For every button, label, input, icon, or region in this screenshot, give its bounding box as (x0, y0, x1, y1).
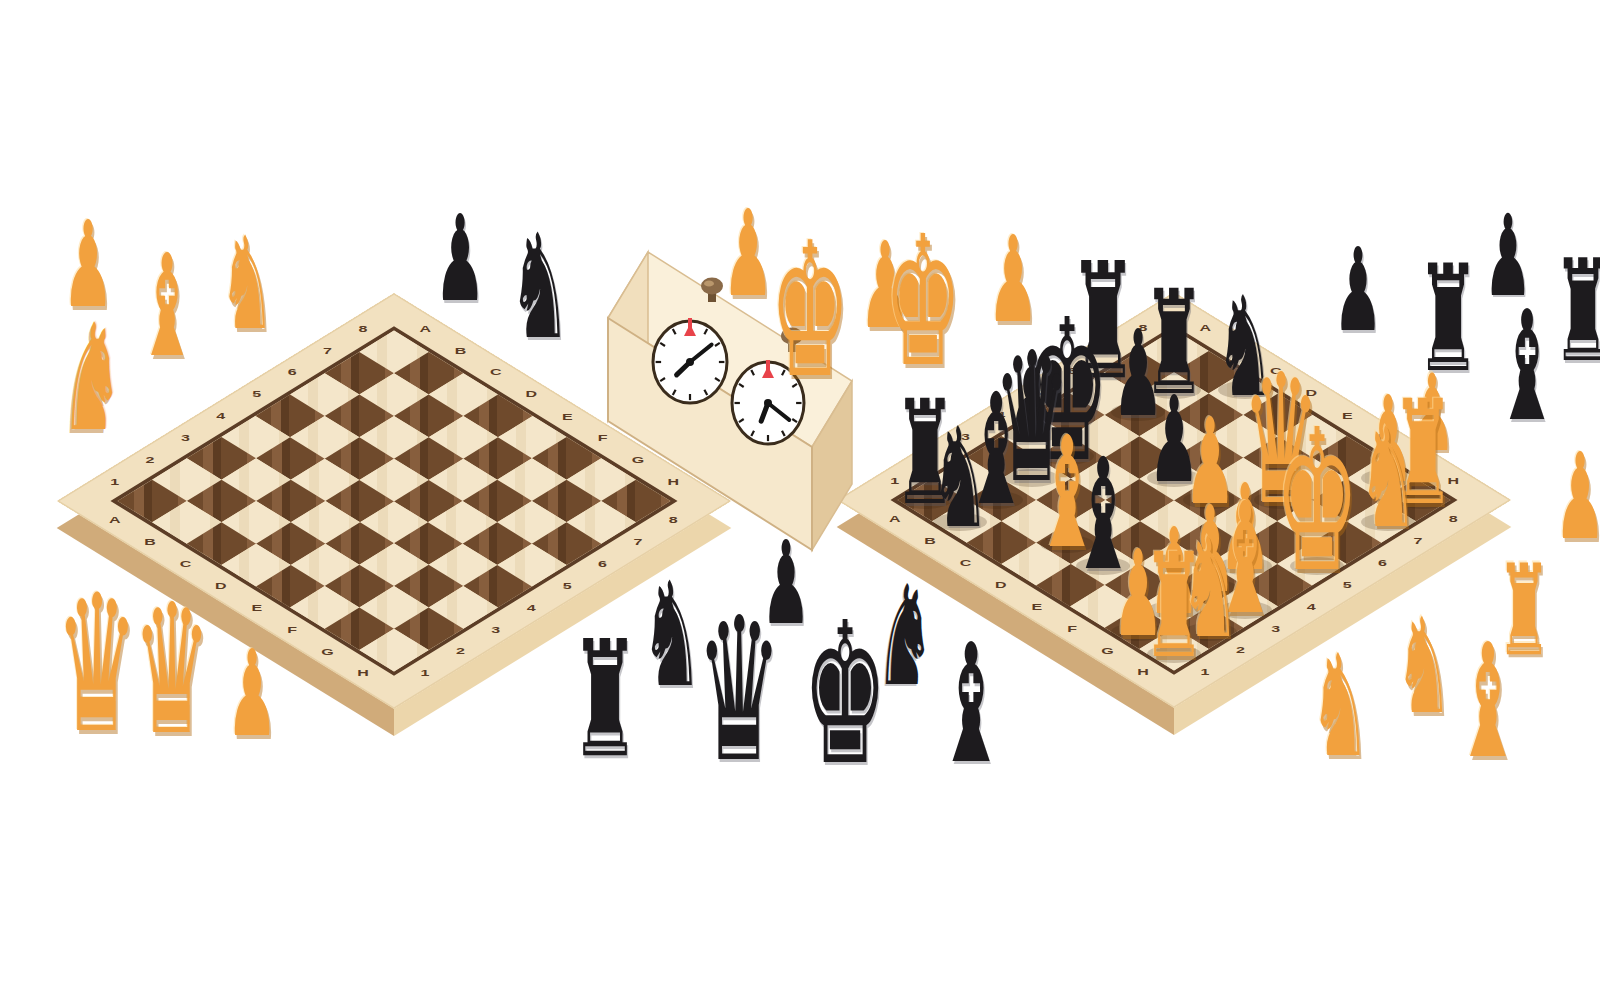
black-king-icon: ♚ (802, 624, 887, 765)
chess-illustration: ABCDEFGHABCDEFGH8765432187654321 ABCDEFG… (0, 0, 1600, 1000)
rank-label-5: 5 (548, 570, 586, 601)
white-knight-icon: ♞ (1395, 618, 1452, 713)
rank-label-7: 7 (308, 335, 346, 366)
white-knight-icon: ♞ (219, 239, 275, 331)
rank-label-8: 8 (344, 313, 382, 344)
white-knight-icon: ♞ (1358, 428, 1418, 528)
white-queen-icon: ♛ (133, 607, 211, 736)
white-pawn-icon: ♟ (1554, 455, 1600, 541)
file-label-b: B (125, 530, 175, 553)
black-pawn-icon: ♟ (434, 217, 486, 303)
rank-label-2: 2 (442, 636, 480, 667)
black-pawn-icon: ♟ (1333, 250, 1383, 333)
black-rook-icon: ♜ (570, 643, 639, 758)
file-label-e: E (231, 596, 281, 619)
rank-label-4: 4 (512, 592, 550, 623)
white-knight-icon: ♞ (1309, 657, 1370, 758)
white-queen-icon: ♛ (56, 598, 138, 734)
rank-label-4: 4 (202, 401, 240, 432)
black-knight-icon: ♞ (641, 584, 704, 688)
black-bishop-icon: ♝ (1494, 313, 1560, 423)
white-pawn-icon: ♟ (226, 652, 278, 738)
black-knight-icon: ♞ (930, 428, 990, 528)
black-knight-icon: ♞ (509, 236, 572, 340)
white-king-icon: ♚ (770, 244, 851, 378)
file-label-g: G (302, 640, 352, 663)
white-rook-icon: ♜ (1143, 555, 1206, 659)
rank-label-2: 2 (131, 444, 169, 475)
file-label-e: E (1011, 595, 1061, 618)
white-bishop-icon: ♝ (136, 257, 197, 358)
rank-label-3: 3 (167, 423, 205, 454)
file-label-b: B (436, 339, 486, 362)
file-label-d: D (506, 383, 556, 406)
file-label-d: D (976, 573, 1026, 596)
white-king-icon: ♚ (884, 239, 962, 368)
white-knight-icon: ♞ (60, 326, 124, 432)
file-label-f: F (1047, 617, 1097, 640)
white-king-icon: ♚ (1274, 431, 1359, 572)
rank-label-6: 6 (273, 357, 311, 388)
rank-label-1: 1 (96, 466, 134, 497)
rank-label-3: 3 (477, 614, 515, 645)
black-bishop-icon: ♝ (935, 646, 1006, 764)
rank-label-1: 1 (406, 658, 444, 689)
white-pawn-icon: ♟ (722, 212, 774, 298)
file-label-a: A (90, 508, 140, 531)
rank-label-5: 5 (238, 379, 276, 410)
white-bishop-icon: ♝ (1454, 647, 1522, 760)
file-label-h: H (338, 661, 388, 684)
black-queen-icon: ♛ (696, 620, 782, 763)
